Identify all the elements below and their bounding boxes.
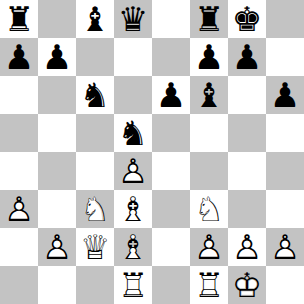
square-f3[interactable]: ♞♘ <box>190 190 228 228</box>
white-bishop-icon: ♗ <box>118 230 148 264</box>
piece-white-rook[interactable]: ♜♖ <box>118 268 148 302</box>
black-pawn-icon: ♟ <box>4 40 34 74</box>
piece-black-queen[interactable]: ♛ <box>118 2 148 36</box>
square-c1[interactable] <box>76 266 114 304</box>
square-c4[interactable] <box>76 152 114 190</box>
square-d5[interactable]: ♞ <box>114 114 152 152</box>
piece-white-pawn[interactable]: ♟♙ <box>42 230 72 264</box>
square-b2[interactable]: ♟♙ <box>38 228 76 266</box>
square-h2[interactable]: ♟♙ <box>266 228 304 266</box>
piece-black-bishop[interactable]: ♝ <box>194 78 224 112</box>
white-pawn-icon: ♙ <box>232 230 262 264</box>
square-h7[interactable] <box>266 38 304 76</box>
piece-white-bishop[interactable]: ♝♗ <box>118 192 148 226</box>
square-e2[interactable] <box>152 228 190 266</box>
square-g8[interactable]: ♚ <box>228 0 266 38</box>
white-rook-icon: ♖ <box>194 268 224 302</box>
square-d4[interactable]: ♟♙ <box>114 152 152 190</box>
piece-white-pawn[interactable]: ♟♙ <box>232 230 262 264</box>
piece-black-knight[interactable]: ♞ <box>118 116 148 150</box>
square-d3[interactable]: ♝♗ <box>114 190 152 228</box>
square-f8[interactable]: ♜ <box>190 0 228 38</box>
square-b1[interactable] <box>38 266 76 304</box>
white-pawn-icon: ♙ <box>270 230 300 264</box>
white-pawn-icon: ♙ <box>118 154 148 188</box>
black-queen-icon: ♛ <box>118 2 148 36</box>
piece-black-pawn[interactable]: ♟ <box>232 40 262 74</box>
black-king-icon: ♚ <box>232 2 262 36</box>
square-e6[interactable]: ♟ <box>152 76 190 114</box>
square-h1[interactable] <box>266 266 304 304</box>
black-knight-icon: ♞ <box>80 78 110 112</box>
square-f4[interactable] <box>190 152 228 190</box>
square-g1[interactable]: ♚♔ <box>228 266 266 304</box>
black-knight-icon: ♞ <box>118 116 148 150</box>
piece-white-pawn[interactable]: ♟♙ <box>194 230 224 264</box>
black-pawn-icon: ♟ <box>42 40 72 74</box>
square-c3[interactable]: ♞♘ <box>76 190 114 228</box>
square-d7[interactable] <box>114 38 152 76</box>
black-pawn-icon: ♟ <box>194 40 224 74</box>
square-f2[interactable]: ♟♙ <box>190 228 228 266</box>
white-bishop-icon: ♗ <box>118 192 148 226</box>
square-e3[interactable] <box>152 190 190 228</box>
square-a4[interactable] <box>0 152 38 190</box>
piece-white-knight[interactable]: ♞♘ <box>194 192 224 226</box>
piece-black-pawn[interactable]: ♟ <box>42 40 72 74</box>
white-pawn-icon: ♙ <box>42 230 72 264</box>
piece-black-pawn[interactable]: ♟ <box>194 40 224 74</box>
square-h5[interactable] <box>266 114 304 152</box>
square-f5[interactable] <box>190 114 228 152</box>
black-pawn-icon: ♟ <box>156 78 186 112</box>
square-h3[interactable] <box>266 190 304 228</box>
black-bishop-icon: ♝ <box>80 2 110 36</box>
square-h8[interactable] <box>266 0 304 38</box>
square-c5[interactable] <box>76 114 114 152</box>
square-a7[interactable]: ♟ <box>0 38 38 76</box>
square-a5[interactable] <box>0 114 38 152</box>
white-rook-icon: ♖ <box>118 268 148 302</box>
square-b3[interactable] <box>38 190 76 228</box>
piece-black-rook[interactable]: ♜ <box>194 2 224 36</box>
white-knight-icon: ♘ <box>194 192 224 226</box>
piece-white-pawn[interactable]: ♟♙ <box>270 230 300 264</box>
piece-white-king[interactable]: ♚♔ <box>232 268 262 302</box>
piece-black-pawn[interactable]: ♟ <box>4 40 34 74</box>
piece-white-queen[interactable]: ♛♕ <box>80 230 110 264</box>
piece-black-pawn[interactable]: ♟ <box>156 78 186 112</box>
piece-black-king[interactable]: ♚ <box>232 2 262 36</box>
square-a1[interactable] <box>0 266 38 304</box>
piece-black-bishop[interactable]: ♝ <box>80 2 110 36</box>
square-a3[interactable]: ♟♙ <box>0 190 38 228</box>
square-e4[interactable] <box>152 152 190 190</box>
white-pawn-icon: ♙ <box>194 230 224 264</box>
square-g2[interactable]: ♟♙ <box>228 228 266 266</box>
piece-black-pawn[interactable]: ♟ <box>270 78 300 112</box>
square-b7[interactable]: ♟ <box>38 38 76 76</box>
square-f6[interactable]: ♝ <box>190 76 228 114</box>
black-rook-icon: ♜ <box>4 2 34 36</box>
square-b6[interactable] <box>38 76 76 114</box>
black-pawn-icon: ♟ <box>270 78 300 112</box>
square-d8[interactable]: ♛ <box>114 0 152 38</box>
square-g3[interactable] <box>228 190 266 228</box>
black-rook-icon: ♜ <box>194 2 224 36</box>
square-g4[interactable] <box>228 152 266 190</box>
square-f1[interactable]: ♜♖ <box>190 266 228 304</box>
square-d1[interactable]: ♜♖ <box>114 266 152 304</box>
square-e1[interactable] <box>152 266 190 304</box>
piece-black-rook[interactable]: ♜ <box>4 2 34 36</box>
piece-white-rook[interactable]: ♜♖ <box>194 268 224 302</box>
square-g7[interactable]: ♟ <box>228 38 266 76</box>
square-a8[interactable]: ♜ <box>0 0 38 38</box>
white-pawn-icon: ♙ <box>4 192 34 226</box>
square-c8[interactable]: ♝ <box>76 0 114 38</box>
square-c7[interactable] <box>76 38 114 76</box>
square-d2[interactable]: ♝♗ <box>114 228 152 266</box>
piece-white-bishop[interactable]: ♝♗ <box>118 230 148 264</box>
black-bishop-icon: ♝ <box>194 78 224 112</box>
white-knight-icon: ♘ <box>80 192 110 226</box>
square-c2[interactable]: ♛♕ <box>76 228 114 266</box>
square-g6[interactable] <box>228 76 266 114</box>
square-h6[interactable]: ♟ <box>266 76 304 114</box>
square-e5[interactable] <box>152 114 190 152</box>
piece-white-pawn[interactable]: ♟♙ <box>4 192 34 226</box>
square-g5[interactable] <box>228 114 266 152</box>
square-h4[interactable] <box>266 152 304 190</box>
square-e8[interactable] <box>152 0 190 38</box>
piece-white-pawn[interactable]: ♟♙ <box>118 154 148 188</box>
square-e7[interactable] <box>152 38 190 76</box>
white-queen-icon: ♕ <box>80 230 110 264</box>
white-king-icon: ♔ <box>232 268 262 302</box>
square-a6[interactable] <box>0 76 38 114</box>
square-b4[interactable] <box>38 152 76 190</box>
chess-board: ♜♝♛♜♚♟♟♟♟♞♟♝♟♞♟♙♟♙♞♘♝♗♞♘♟♙♛♕♝♗♟♙♟♙♟♙♜♖♜♖… <box>0 0 304 304</box>
square-a2[interactable] <box>0 228 38 266</box>
square-f7[interactable]: ♟ <box>190 38 228 76</box>
square-b5[interactable] <box>38 114 76 152</box>
piece-white-knight[interactable]: ♞♘ <box>80 192 110 226</box>
piece-black-knight[interactable]: ♞ <box>80 78 110 112</box>
square-b8[interactable] <box>38 0 76 38</box>
black-pawn-icon: ♟ <box>232 40 262 74</box>
square-d6[interactable] <box>114 76 152 114</box>
square-c6[interactable]: ♞ <box>76 76 114 114</box>
